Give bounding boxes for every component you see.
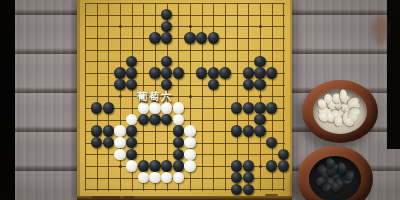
black-stone[interactable] [149,114,160,125]
black-stone[interactable] [138,160,149,171]
video-frame: 葡萄六 [0,0,400,200]
black-stone[interactable] [114,67,125,78]
black-stone[interactable] [266,160,277,171]
black-stone[interactable] [266,102,277,113]
black-stone[interactable] [196,32,207,43]
black-stone[interactable] [149,32,160,43]
black-stone[interactable] [91,102,102,113]
black-stone[interactable] [161,160,172,171]
hoshi-point [119,95,122,98]
hoshi-point [189,95,192,98]
black-stone[interactable] [149,67,160,78]
black-stone[interactable] [243,184,254,195]
black-stone[interactable] [243,160,254,171]
black-stone[interactable] [91,125,102,136]
go-board[interactable] [77,0,292,200]
white-stone[interactable] [126,160,137,171]
letterbox-bar-left [0,0,15,200]
black-stone[interactable] [103,125,114,136]
background-blur-object [371,15,390,46]
black-stone[interactable] [114,79,125,90]
black-stone[interactable] [254,114,265,125]
black-stone[interactable] [161,67,172,78]
black-stone[interactable] [243,102,254,113]
hoshi-point [259,25,262,28]
black-stone[interactable] [254,102,265,113]
hoshi-point [259,165,262,168]
black-stone[interactable] [243,125,254,136]
board-fine-print [265,194,278,196]
black-stone[interactable] [173,160,184,171]
white-stone[interactable] [173,102,184,113]
white-stone-in-bowl [348,107,361,117]
black-stone[interactable] [149,160,160,171]
black-stone[interactable] [126,67,137,78]
white-stone[interactable] [184,160,195,171]
black-stone[interactable] [173,149,184,160]
black-stone[interactable] [231,160,242,171]
hoshi-point [259,95,262,98]
board-fine-print [124,196,134,199]
black-stone[interactable] [103,102,114,113]
black-stone[interactable] [254,125,265,136]
black-stone[interactable] [231,184,242,195]
black-stone[interactable] [219,67,230,78]
black-stone[interactable] [196,67,207,78]
board-fine-print [92,196,120,199]
white-stones-bowl-interior [313,89,367,134]
black-stone[interactable] [278,149,289,160]
white-stone[interactable] [149,172,160,183]
letterbox-bar-right [387,0,400,149]
white-stones-bowl [302,80,378,143]
title-overlay-text: 葡萄六 [137,90,173,104]
black-stone[interactable] [278,160,289,171]
black-stone[interactable] [208,67,219,78]
black-stone[interactable] [184,32,195,43]
black-stone[interactable] [126,125,137,136]
black-stone[interactable] [173,67,184,78]
white-stone[interactable] [114,149,125,160]
white-stone[interactable] [184,125,195,136]
black-stone[interactable] [266,67,277,78]
black-stone[interactable] [173,125,184,136]
board-left-edge [77,0,80,196]
hoshi-point [119,165,122,168]
white-stone[interactable] [114,137,125,148]
black-stone[interactable] [231,102,242,113]
black-stone[interactable] [254,56,265,67]
white-stone[interactable] [114,125,125,136]
hoshi-point [189,25,192,28]
white-stone[interactable] [184,149,195,160]
hoshi-point [119,25,122,28]
board-right-edge [290,0,293,196]
black-stone[interactable] [243,67,254,78]
black-stone[interactable] [208,32,219,43]
black-stone[interactable] [254,79,265,90]
black-stones-bowl-interior [309,156,361,200]
black-stone[interactable] [254,67,265,78]
black-stone[interactable] [161,32,172,43]
